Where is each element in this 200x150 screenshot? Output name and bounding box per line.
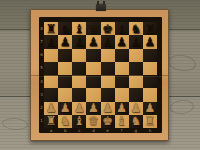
rank-label-1: 1 xyxy=(39,115,44,128)
square-d6[interactable] xyxy=(86,49,100,62)
square-h4[interactable] xyxy=(143,75,157,88)
file-label-f: f xyxy=(115,128,129,133)
file-label-c: c xyxy=(72,128,86,133)
rank-label-4: 4 xyxy=(39,75,44,88)
piece-black-bishop-f8[interactable]: ♝ xyxy=(116,22,127,34)
square-f7[interactable]: ♟ xyxy=(115,35,129,48)
square-c7[interactable]: ♟ xyxy=(72,35,86,48)
board-clasp xyxy=(96,4,106,11)
square-b6[interactable] xyxy=(58,49,72,62)
file-label-b: b xyxy=(58,128,72,133)
square-g4[interactable] xyxy=(129,75,143,88)
file-label-d: d xyxy=(86,128,100,133)
piece-black-knight-b8[interactable]: ♞ xyxy=(60,22,71,34)
rank-labels: 87654321 xyxy=(39,22,44,128)
wood-grain-knot xyxy=(2,117,29,131)
square-d1[interactable]: ♛ xyxy=(86,115,100,128)
square-e5[interactable] xyxy=(101,62,115,75)
file-label-a: a xyxy=(44,128,58,133)
wood-grain-knot xyxy=(169,99,194,115)
rank-label-5: 5 xyxy=(39,62,44,75)
square-c3[interactable] xyxy=(72,88,86,101)
square-e3[interactable] xyxy=(101,88,115,101)
square-h1[interactable]: ♜ xyxy=(143,115,157,128)
square-g1[interactable]: ♞ xyxy=(129,115,143,128)
piece-white-pawn-g2[interactable]: ♟ xyxy=(130,102,141,114)
square-f2[interactable]: ♟ xyxy=(115,102,129,115)
square-e4[interactable] xyxy=(101,75,115,88)
square-d7[interactable]: ♟ xyxy=(86,35,100,48)
square-a7[interactable]: ♟ xyxy=(44,35,58,48)
square-h3[interactable] xyxy=(143,88,157,101)
square-h8[interactable]: ♜ xyxy=(143,22,157,35)
piece-black-bishop-c8[interactable]: ♝ xyxy=(74,22,85,34)
square-c5[interactable] xyxy=(72,62,86,75)
square-e7[interactable]: ♟ xyxy=(101,35,115,48)
piece-white-pawn-e2[interactable]: ♟ xyxy=(102,102,113,114)
piece-black-pawn-c7[interactable]: ♟ xyxy=(74,35,85,47)
piece-white-pawn-c2[interactable]: ♟ xyxy=(74,102,85,114)
square-a1[interactable]: ♜ xyxy=(44,115,58,128)
piece-white-king-e1[interactable]: ♚ xyxy=(102,115,113,127)
square-b3[interactable] xyxy=(58,88,72,101)
square-e2[interactable]: ♟ xyxy=(101,102,115,115)
square-d8[interactable]: ♛ xyxy=(86,22,100,35)
piece-black-pawn-e7[interactable]: ♟ xyxy=(102,35,113,47)
square-b2[interactable]: ♟ xyxy=(58,102,72,115)
square-d2[interactable]: ♟ xyxy=(86,102,100,115)
square-a2[interactable]: ♟ xyxy=(44,102,58,115)
square-a6[interactable] xyxy=(44,49,58,62)
square-g8[interactable]: ♞ xyxy=(129,22,143,35)
square-g6[interactable] xyxy=(129,49,143,62)
piece-white-bishop-c1[interactable]: ♝ xyxy=(74,115,85,127)
piece-black-rook-h8[interactable]: ♜ xyxy=(145,22,156,34)
square-b8[interactable]: ♞ xyxy=(58,22,72,35)
square-a4[interactable] xyxy=(44,75,58,88)
piece-black-pawn-d7[interactable]: ♟ xyxy=(88,35,99,47)
square-h7[interactable]: ♟ xyxy=(143,35,157,48)
square-c8[interactable]: ♝ xyxy=(72,22,86,35)
square-f3[interactable] xyxy=(115,88,129,101)
square-b5[interactable] xyxy=(58,62,72,75)
square-h6[interactable] xyxy=(143,49,157,62)
piece-white-knight-g1[interactable]: ♞ xyxy=(130,115,141,127)
square-c1[interactable]: ♝ xyxy=(72,115,86,128)
piece-white-pawn-d2[interactable]: ♟ xyxy=(88,102,99,114)
file-label-e: e xyxy=(101,128,115,133)
piece-black-pawn-f7[interactable]: ♟ xyxy=(116,35,127,47)
square-a3[interactable] xyxy=(44,88,58,101)
square-e1[interactable]: ♚ xyxy=(101,115,115,128)
square-b4[interactable] xyxy=(58,75,72,88)
rank-label-7: 7 xyxy=(39,35,44,48)
piece-black-rook-a8[interactable]: ♜ xyxy=(46,22,57,34)
square-g7[interactable]: ♟ xyxy=(129,35,143,48)
file-label-h: h xyxy=(143,128,157,133)
piece-white-rook-h1[interactable]: ♜ xyxy=(145,115,156,127)
chessboard: ♜♞♝♛♚♝♞♜♟♟♟♟♟♟♟♟♟♟♟♟♟♟♟♟♜♞♝♛♚♝♞♜ xyxy=(44,22,157,128)
piece-black-pawn-g7[interactable]: ♟ xyxy=(130,35,141,47)
square-g2[interactable]: ♟ xyxy=(129,102,143,115)
square-f1[interactable]: ♝ xyxy=(115,115,129,128)
wood-grain-knot xyxy=(167,53,197,73)
chess-board-box: ♜♞♝♛♚♝♞♜♟♟♟♟♟♟♟♟♟♟♟♟♟♟♟♟♜♞♝♛♚♝♞♜ abcdefg… xyxy=(30,9,169,141)
square-c6[interactable] xyxy=(72,49,86,62)
square-b1[interactable]: ♞ xyxy=(58,115,72,128)
piece-black-pawn-b7[interactable]: ♟ xyxy=(60,35,71,47)
rank-label-3: 3 xyxy=(39,88,44,101)
rank-label-6: 6 xyxy=(39,49,44,62)
piece-white-pawn-a2[interactable]: ♟ xyxy=(46,102,57,114)
rank-label-8: 8 xyxy=(39,22,44,35)
piece-black-pawn-a7[interactable]: ♟ xyxy=(46,35,57,47)
piece-white-rook-a1[interactable]: ♜ xyxy=(46,115,57,127)
square-f8[interactable]: ♝ xyxy=(115,22,129,35)
file-label-g: g xyxy=(129,128,143,133)
square-g5[interactable] xyxy=(129,62,143,75)
piece-white-bishop-f1[interactable]: ♝ xyxy=(116,115,127,127)
piece-white-pawn-b2[interactable]: ♟ xyxy=(60,102,71,114)
square-c2[interactable]: ♟ xyxy=(72,102,86,115)
piece-black-queen-d8[interactable]: ♛ xyxy=(88,22,99,34)
square-f5[interactable] xyxy=(115,62,129,75)
square-f6[interactable] xyxy=(115,49,129,62)
square-a8[interactable]: ♜ xyxy=(44,22,58,35)
piece-white-knight-b1[interactable]: ♞ xyxy=(60,115,71,127)
square-h5[interactable] xyxy=(143,62,157,75)
square-f4[interactable] xyxy=(115,75,129,88)
square-c4[interactable] xyxy=(72,75,86,88)
square-a5[interactable] xyxy=(44,62,58,75)
square-b7[interactable]: ♟ xyxy=(58,35,72,48)
piece-white-queen-d1[interactable]: ♛ xyxy=(88,115,99,127)
square-e6[interactable] xyxy=(101,49,115,62)
square-g3[interactable] xyxy=(129,88,143,101)
board-inner-border: ♜♞♝♛♚♝♞♜♟♟♟♟♟♟♟♟♟♟♟♟♟♟♟♟♜♞♝♛♚♝♞♜ abcdefg… xyxy=(39,17,162,133)
square-d3[interactable] xyxy=(86,88,100,101)
rank-label-2: 2 xyxy=(39,102,44,115)
square-d4[interactable] xyxy=(86,75,100,88)
square-h2[interactable]: ♟ xyxy=(143,102,157,115)
piece-black-king-e8[interactable]: ♚ xyxy=(102,22,113,34)
piece-black-knight-g8[interactable]: ♞ xyxy=(130,22,141,34)
square-e8[interactable]: ♚ xyxy=(101,22,115,35)
square-d5[interactable] xyxy=(86,62,100,75)
piece-white-pawn-f2[interactable]: ♟ xyxy=(116,102,127,114)
piece-black-pawn-h7[interactable]: ♟ xyxy=(145,35,156,47)
piece-white-pawn-h2[interactable]: ♟ xyxy=(145,102,156,114)
file-labels: abcdefgh xyxy=(44,128,157,133)
